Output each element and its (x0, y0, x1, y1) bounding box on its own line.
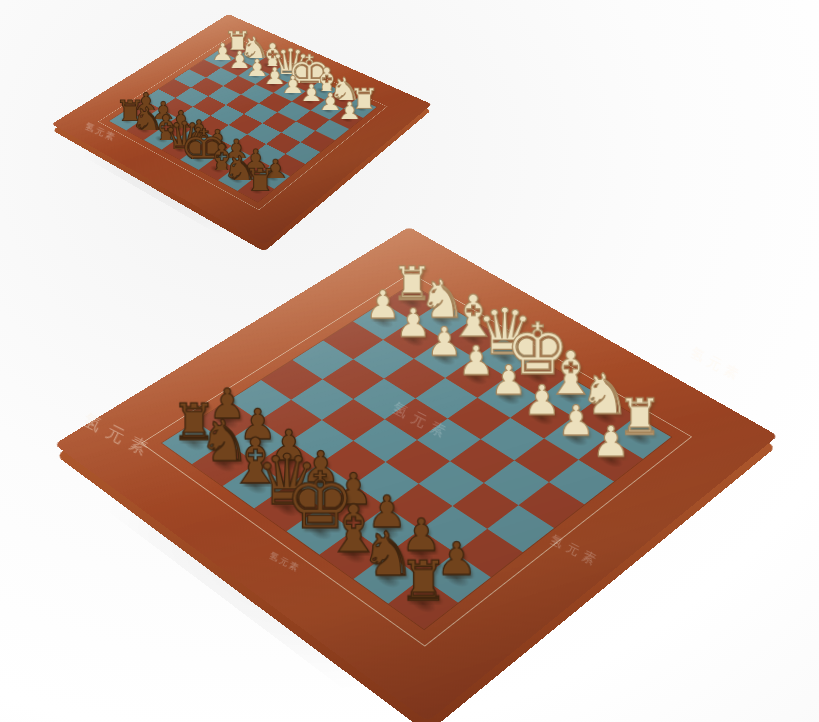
large-chessboard-scene: ♜♞♝♛♚♝♞♜♟♟♟♟♟♟♟♟♟♟♟♟♟♟♟♟♜♞♝♛♚♝♞♜ (161, 184, 673, 696)
piece-black-rook[interactable]: ♜ (399, 554, 448, 609)
piece-white-pawn[interactable]: ♟ (426, 322, 462, 362)
piece-white-pawn[interactable]: ♟ (458, 340, 494, 381)
product-photo-stage: ♜♞♝♛♚♝♞♜♟♟♟♟♟♟♟♟♟♟♟♟♟♟♟♟♜♞♝♛♚♝♞♜ ♜♞♝♛♚♝♞… (0, 0, 819, 722)
watermark-text: 氢元素 (687, 344, 746, 386)
piece-white-pawn[interactable]: ♟ (592, 420, 630, 462)
piece-white-pawn[interactable]: ♟ (557, 400, 595, 442)
piece-white-pawn[interactable]: ♟ (523, 379, 560, 420)
piece-white-pawn[interactable]: ♟ (490, 360, 527, 401)
chessboard-large: ♜♞♝♛♚♝♞♜♟♟♟♟♟♟♟♟♟♟♟♟♟♟♟♟♜♞♝♛♚♝♞♜ (54, 227, 778, 722)
